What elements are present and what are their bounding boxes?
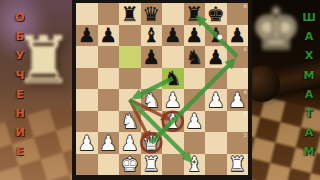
square-f5[interactable]: [184, 68, 206, 90]
black-rook: ♜: [119, 3, 141, 25]
square-c1[interactable]: ♚: [119, 154, 141, 176]
square-h7[interactable]: 7♟: [227, 25, 249, 47]
black-pawn: ♟: [184, 25, 206, 47]
black-queen: ♛: [141, 3, 163, 25]
square-a6[interactable]: [76, 46, 98, 68]
square-h2[interactable]: 2: [227, 132, 249, 154]
white-pawn: ♟: [76, 132, 98, 154]
title-letter: Е: [12, 85, 28, 104]
left-photo-panel: ♜ ОБУЧЕНИЕ: [0, 0, 72, 180]
square-b3[interactable]: [98, 111, 120, 133]
square-g4[interactable]: ♟: [205, 89, 227, 111]
square-a7[interactable]: ♟: [76, 25, 98, 47]
black-knight: ♞: [162, 68, 184, 90]
square-d1[interactable]: ♜: [141, 154, 163, 176]
rank-label: 4: [244, 90, 247, 95]
title-letter: И: [12, 123, 28, 142]
title-letter: А: [301, 85, 317, 104]
rank-label: 7: [244, 25, 247, 30]
square-b2[interactable]: ♟: [98, 132, 120, 154]
square-c7[interactable]: [119, 25, 141, 47]
square-f1[interactable]: ♝: [184, 154, 206, 176]
square-e4[interactable]: ♟: [162, 89, 184, 111]
square-a3[interactable]: [76, 111, 98, 133]
black-pawn: ♟: [76, 25, 98, 47]
title-letter: Т: [301, 104, 317, 123]
rank-label: 2: [244, 133, 247, 138]
white-king: ♚: [119, 154, 141, 176]
right-photo-panel: ♚ ШАХМАТАМ: [252, 0, 320, 180]
black-pawn: ♟: [205, 46, 227, 68]
square-f8[interactable]: ♜: [184, 3, 206, 25]
black-bishop: ♝: [205, 25, 227, 47]
rank-label: 6: [244, 47, 247, 52]
square-g1[interactable]: [205, 154, 227, 176]
square-e6[interactable]: [162, 46, 184, 68]
square-d3[interactable]: [141, 111, 163, 133]
square-d7[interactable]: ♝: [141, 25, 163, 47]
white-bishop: ♝: [162, 111, 184, 133]
square-h8[interactable]: 8: [227, 3, 249, 25]
white-pawn: ♟: [184, 111, 206, 133]
square-c4[interactable]: [119, 89, 141, 111]
rank-label: 8: [244, 4, 247, 9]
square-f3[interactable]: ♟: [184, 111, 206, 133]
black-king: ♚: [205, 3, 227, 25]
black-knight: ♞: [184, 46, 206, 68]
chess-thumbnail: ♜ ОБУЧЕНИЕ ♜♛♜♚8♟♟♝♟♟♝7♟♟♞♟6♞5♞♟♟4♟♞♝♟3♟…: [0, 0, 320, 180]
square-f6[interactable]: ♞: [184, 46, 206, 68]
square-h1[interactable]: 1♜: [227, 154, 249, 176]
square-d5[interactable]: [141, 68, 163, 90]
white-knight: ♞: [119, 111, 141, 133]
square-b4[interactable]: [98, 89, 120, 111]
board-grid: ♜♛♜♚8♟♟♝♟♟♝7♟♟♞♟6♞5♞♟♟4♟♞♝♟3♟♟♟♛2♚♜♝1♜: [76, 3, 248, 175]
square-e2[interactable]: [162, 132, 184, 154]
white-king-photo: ♚: [252, 0, 302, 58]
square-f4[interactable]: [184, 89, 206, 111]
square-g2[interactable]: [205, 132, 227, 154]
rank-label: 5: [244, 68, 247, 73]
white-bishop: ♝: [184, 154, 206, 176]
title-letter: О: [12, 8, 28, 27]
square-d4[interactable]: ♞: [141, 89, 163, 111]
square-g6[interactable]: ♟: [205, 46, 227, 68]
square-c8[interactable]: ♜: [119, 3, 141, 25]
square-f7[interactable]: ♟: [184, 25, 206, 47]
square-a4[interactable]: [76, 89, 98, 111]
square-b8[interactable]: [98, 3, 120, 25]
square-c5[interactable]: [119, 68, 141, 90]
square-b7[interactable]: ♟: [98, 25, 120, 47]
square-e7[interactable]: ♟: [162, 25, 184, 47]
black-pawn: ♟: [141, 46, 163, 68]
rank-label: 3: [244, 111, 247, 116]
square-b5[interactable]: [98, 68, 120, 90]
title-letter: Ш: [301, 8, 317, 27]
square-a5[interactable]: [76, 68, 98, 90]
white-rook: ♜: [141, 154, 163, 176]
square-a8[interactable]: [76, 3, 98, 25]
square-e1[interactable]: [162, 154, 184, 176]
title-letter: А: [301, 27, 317, 46]
left-title: ОБУЧЕНИЕ: [12, 8, 28, 162]
title-letter: Б: [12, 27, 28, 46]
white-queen: ♛: [141, 132, 163, 154]
chess-board: ♜♛♜♚8♟♟♝♟♟♝7♟♟♞♟6♞5♞♟♟4♟♞♝♟3♟♟♟♛2♚♜♝1♜: [72, 0, 252, 180]
title-letter: Х: [301, 46, 317, 65]
square-c3[interactable]: ♞: [119, 111, 141, 133]
square-d6[interactable]: ♟: [141, 46, 163, 68]
square-h5[interactable]: 5: [227, 68, 249, 90]
square-h6[interactable]: 6: [227, 46, 249, 68]
title-letter: М: [301, 66, 317, 85]
square-g3[interactable]: [205, 111, 227, 133]
square-d2[interactable]: ♛: [141, 132, 163, 154]
title-letter: У: [12, 46, 28, 65]
black-pawn: ♟: [162, 25, 184, 47]
title-letter: М: [301, 142, 317, 161]
title-letter: Е: [12, 142, 28, 161]
square-a2[interactable]: ♟: [76, 132, 98, 154]
square-g8[interactable]: ♚: [205, 3, 227, 25]
square-h3[interactable]: 3: [227, 111, 249, 133]
rank-label: 1: [244, 154, 247, 159]
black-rook: ♜: [184, 3, 206, 25]
white-knight: ♞: [141, 89, 163, 111]
title-letter: Ч: [12, 66, 28, 85]
square-b6[interactable]: [98, 46, 120, 68]
right-title: ШАХМАТАМ: [301, 8, 317, 162]
title-letter: А: [301, 123, 317, 142]
white-pawn: ♟: [119, 132, 141, 154]
square-g7[interactable]: ♝: [205, 25, 227, 47]
title-letter: Н: [12, 104, 28, 123]
square-e5[interactable]: ♞: [162, 68, 184, 90]
white-pawn: ♟: [162, 89, 184, 111]
square-b1[interactable]: [98, 154, 120, 176]
wood-floor-left: [0, 89, 72, 180]
square-g5[interactable]: [205, 68, 227, 90]
square-c6[interactable]: [119, 46, 141, 68]
white-pawn: ♟: [205, 89, 227, 111]
square-h4[interactable]: 4♟: [227, 89, 249, 111]
square-a1[interactable]: [76, 154, 98, 176]
square-e3[interactable]: ♝: [162, 111, 184, 133]
black-bishop: ♝: [141, 25, 163, 47]
white-pawn: ♟: [98, 132, 120, 154]
square-d8[interactable]: ♛: [141, 3, 163, 25]
square-f2[interactable]: [184, 132, 206, 154]
square-e8[interactable]: [162, 3, 184, 25]
black-pawn: ♟: [98, 25, 120, 47]
square-c2[interactable]: ♟: [119, 132, 141, 154]
